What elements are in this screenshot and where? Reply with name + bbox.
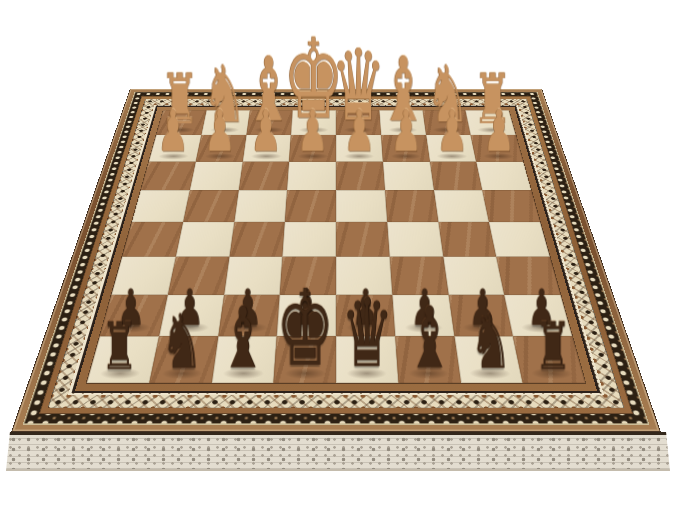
square-a8[interactable]: ♜ (513, 336, 585, 383)
chess-set-photo: ♜♞♝♚♛♝♞♜♟♟♟♟♟♟♟♟♟♟♟♟♟♟♟♟♜♞♝♚♛♝♞♜ (0, 0, 683, 512)
square-f8[interactable]: ♝ (211, 336, 277, 383)
square-a4[interactable] (482, 190, 540, 222)
piece-white-pawn[interactable]: ♟ (204, 104, 236, 158)
inner-wood-band: ♜♞♝♚♛♝♞♜♟♟♟♟♟♟♟♟♟♟♟♟♟♟♟♟♜♞♝♚♛♝♞♜ (39, 96, 633, 414)
field-wood-margin: ♜♞♝♚♛♝♞♜♟♟♟♟♟♟♟♟♟♟♟♟♟♟♟♟♜♞♝♚♛♝♞♜ (75, 107, 597, 391)
chess-board: ♜♞♝♚♛♝♞♜♟♟♟♟♟♟♟♟♟♟♟♟♟♟♟♟♜♞♝♚♛♝♞♜ (11, 89, 661, 432)
square-g3[interactable] (190, 161, 243, 190)
square-a3[interactable] (476, 161, 531, 190)
square-d3[interactable] (336, 161, 385, 190)
square-c8[interactable]: ♝ (395, 336, 461, 383)
piece-black-bishop[interactable]: ♝ (405, 297, 452, 378)
piece-black-bishop[interactable]: ♝ (220, 297, 267, 378)
square-d5[interactable] (336, 222, 389, 257)
piece-white-pawn[interactable]: ♟ (157, 104, 189, 158)
piece-white-pawn[interactable]: ♟ (390, 104, 422, 158)
square-f3[interactable] (238, 161, 289, 190)
square-c3[interactable] (383, 161, 434, 190)
square-c5[interactable] (387, 222, 443, 257)
square-f2[interactable]: ♟ (242, 135, 291, 162)
square-f4[interactable] (234, 190, 287, 222)
square-d4[interactable] (336, 190, 387, 222)
square-h5[interactable] (122, 222, 183, 257)
square-c2[interactable]: ♟ (381, 135, 430, 162)
piece-white-pawn[interactable]: ♟ (483, 104, 515, 158)
square-h8[interactable]: ♜ (87, 336, 159, 383)
board-side-face (6, 432, 670, 471)
piece-black-queen[interactable]: ♛ (341, 288, 393, 378)
cream-trim-line: ♜♞♝♚♛♝♞♜♟♟♟♟♟♟♟♟♟♟♟♟♟♟♟♟♜♞♝♚♛♝♞♜ (68, 105, 604, 396)
square-e4[interactable] (285, 190, 336, 222)
board-field: ♜♞♝♚♛♝♞♜♟♟♟♟♟♟♟♟♟♟♟♟♟♟♟♟♜♞♝♚♛♝♞♜ (86, 110, 587, 384)
square-e8[interactable]: ♚ (274, 336, 336, 383)
square-b4[interactable] (434, 190, 489, 222)
dark-trim-line: ♜♞♝♚♛♝♞♜♟♟♟♟♟♟♟♟♟♟♟♟♟♟♟♟♜♞♝♚♛♝♞♜ (72, 106, 601, 393)
square-b3[interactable] (430, 161, 483, 190)
piece-black-knight[interactable]: ♞ (470, 306, 512, 378)
square-a5[interactable] (489, 222, 550, 257)
square-h2[interactable]: ♟ (149, 135, 201, 162)
square-d8[interactable]: ♛ (336, 336, 398, 383)
square-g2[interactable]: ♟ (196, 135, 247, 162)
square-g8[interactable]: ♞ (149, 336, 218, 383)
piece-black-king[interactable]: ♚ (276, 278, 335, 378)
square-d2[interactable]: ♟ (336, 135, 383, 162)
piece-black-knight[interactable]: ♞ (160, 306, 202, 378)
board-outer-frame: ♜♞♝♚♛♝♞♜♟♟♟♟♟♟♟♟♟♟♟♟♟♟♟♟♜♞♝♚♛♝♞♜ (11, 89, 661, 432)
piece-white-pawn[interactable]: ♟ (297, 104, 329, 158)
square-e3[interactable] (287, 161, 336, 190)
square-h4[interactable] (132, 190, 190, 222)
star-mosaic-band: ♜♞♝♚♛♝♞♜♟♟♟♟♟♟♟♟♟♟♟♟♟♟♟♟♜♞♝♚♛♝♞♜ (47, 99, 624, 409)
square-g4[interactable] (183, 190, 238, 222)
piece-black-rook[interactable]: ♜ (535, 315, 572, 378)
square-g5[interactable] (176, 222, 234, 257)
square-h3[interactable] (141, 161, 196, 190)
piece-white-pawn[interactable]: ♟ (250, 104, 282, 158)
piece-white-pawn[interactable]: ♟ (343, 104, 375, 158)
piece-white-pawn[interactable]: ♟ (436, 104, 468, 158)
square-b8[interactable]: ♞ (454, 336, 523, 383)
square-c4[interactable] (385, 190, 438, 222)
rosette-inlay-band: ♜♞♝♚♛♝♞♜♟♟♟♟♟♟♟♟♟♟♟♟♟♟♟♟♜♞♝♚♛♝♞♜ (23, 92, 650, 425)
square-b2[interactable]: ♟ (426, 135, 477, 162)
piece-black-rook[interactable]: ♜ (101, 315, 138, 378)
square-e2[interactable]: ♟ (289, 135, 336, 162)
square-f5[interactable] (229, 222, 285, 257)
square-b5[interactable] (438, 222, 496, 257)
square-a2[interactable]: ♟ (471, 135, 523, 162)
square-e5[interactable] (283, 222, 336, 257)
